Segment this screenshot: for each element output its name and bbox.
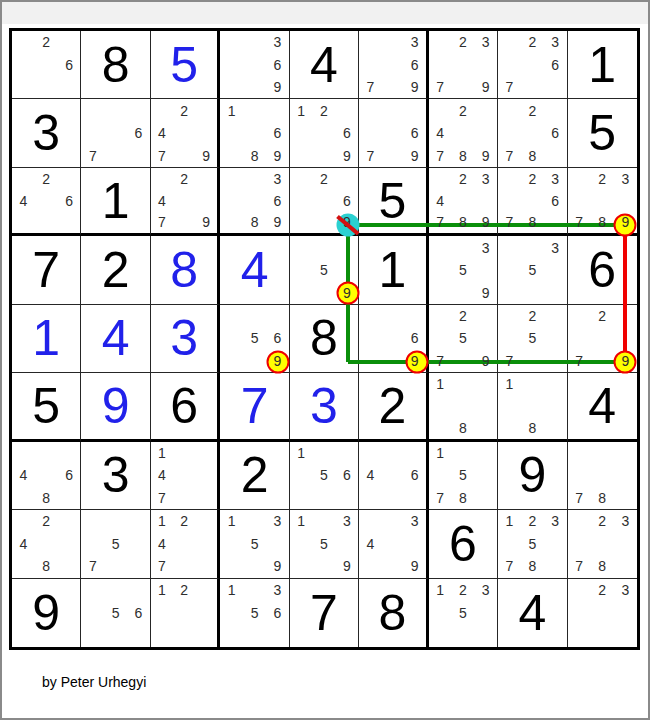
candidate-6: 6 [266,327,289,349]
candidates: 679 [359,99,425,166]
candidates: 1356 [220,579,288,647]
candidate-3 [195,579,217,602]
candidate-7 [220,76,243,98]
candidates: 24789 [429,99,497,166]
cell-r8c3[interactable]: 1247 [151,510,220,578]
candidate-9 [195,555,217,577]
cell-r7c1[interactable]: 468 [12,442,81,510]
candidate-1 [151,99,173,121]
candidate-2 [521,236,544,258]
cell-r2c2[interactable]: 67 [81,99,150,167]
cell-r2c6[interactable]: 679 [359,99,428,167]
candidate-6: 6 [544,53,567,75]
cell-r8c1[interactable]: 248 [12,510,81,578]
candidate-6: 6 [404,464,426,486]
candidate-9 [127,555,150,577]
candidate-5: 5 [104,601,127,624]
candidate-2 [521,373,544,395]
cell-r7c5[interactable]: 156 [290,442,359,510]
candidate-5 [381,53,403,75]
cell-r5c7[interactable]: 2579 [429,305,498,373]
candidate-4 [568,464,591,486]
cell-r9c1[interactable]: 9 [12,579,81,647]
candidate-7 [220,624,243,647]
candidates: 46 [359,442,425,509]
cell-r3c3[interactable]: 2479 [151,168,220,236]
candidate-9 [544,555,567,577]
candidates: 2678 [498,99,566,166]
candidate-4 [220,533,243,555]
cell-r7c6[interactable]: 46 [359,442,428,510]
candidate-9: 9 [404,350,426,372]
cell-r1c1[interactable]: 26 [12,31,81,99]
candidate-4 [498,122,521,144]
cell-r7c8[interactable]: 9 [498,442,567,510]
candidates: 1578 [429,442,497,509]
candidate-7: 7 [429,144,452,166]
candidate-5 [521,53,544,75]
candidate-1 [429,31,452,53]
candidate-8: 8 [451,144,474,166]
candidate-6: 6 [127,122,150,144]
candidates: 2379 [429,31,497,98]
candidate-1 [568,305,591,327]
candidate-8: 8 [591,487,614,509]
candidate-8: 8 [35,555,58,577]
cell-r8c7[interactable]: 6 [429,510,498,578]
given-digit: 3 [102,450,130,500]
candidate-1 [498,236,521,258]
cell-r2c3[interactable]: 2479 [151,99,220,167]
cell-r7c2[interactable]: 3 [81,442,150,510]
candidate-8: 8 [243,212,266,234]
solved-digit: 4 [241,245,269,295]
candidate-6 [195,601,217,624]
candidate-8 [104,624,127,647]
candidate-1: 1 [220,99,243,121]
candidate-8 [521,281,544,303]
candidate-9 [614,487,637,509]
cell-r1c9[interactable]: 1 [568,31,637,99]
cell-r3c8[interactable]: 23678 [498,168,567,236]
cell-r1c8[interactable]: 2367 [498,31,567,99]
candidate-5 [451,122,474,144]
candidate-6 [195,122,217,144]
cell-r8c6[interactable]: 349 [359,510,428,578]
candidate-5 [35,533,58,555]
candidate-3 [404,442,426,464]
candidate-3: 3 [404,31,426,53]
candidate-8: 8 [243,144,266,166]
cell-r6c8[interactable]: 18 [498,373,567,441]
solved-digit: 8 [170,245,198,295]
candidate-9 [404,487,426,509]
candidate-9 [58,76,81,98]
candidate-8 [381,76,403,98]
candidate-8 [451,350,474,372]
cell-r8c2[interactable]: 57 [81,510,150,578]
candidate-1 [429,236,452,258]
candidate-2: 2 [591,305,614,327]
candidate-1 [498,31,521,53]
given-digit: 2 [241,450,269,500]
candidate-4: 4 [12,533,35,555]
candidate-3 [127,510,150,532]
cell-r5c9[interactable]: 279 [568,305,637,373]
cell-r2c1[interactable]: 3 [12,99,81,167]
candidate-7 [12,555,35,577]
candidate-7: 7 [359,144,381,166]
cell-r9c9[interactable]: 23 [568,579,637,647]
candidate-3: 3 [474,579,497,602]
sudoku-board: 2685369436792379236713672479168912696792… [9,28,640,650]
candidate-4 [220,190,243,212]
candidate-4: 4 [429,122,452,144]
candidate-2: 2 [591,579,614,602]
cell-r4c2[interactable]: 2 [81,236,150,304]
candidate-5 [173,190,195,212]
candidate-2: 2 [451,31,474,53]
candidate-6 [474,53,497,75]
cell-r8c5[interactable]: 1359 [290,510,359,578]
candidate-6 [474,601,497,624]
cell-r3c2[interactable]: 1 [81,168,150,236]
candidate-7: 7 [151,555,173,577]
candidate-9: 9 [195,144,217,166]
candidate-3 [404,99,426,121]
candidate-7: 7 [568,487,591,509]
candidate-3: 3 [544,236,567,258]
cell-r5c3[interactable]: 3 [151,305,220,373]
candidate-9: 9 [335,144,358,166]
candidate-4: 4 [359,464,381,486]
candidate-3 [58,510,81,532]
candidate-9 [544,281,567,303]
cell-r1c2[interactable]: 8 [81,31,150,99]
candidate-7: 7 [568,212,591,234]
candidates: 26 [12,31,80,98]
candidate-9: 9 [474,76,497,98]
cell-r5c2[interactable]: 4 [81,305,150,373]
candidate-5 [591,190,614,212]
candidate-8 [313,144,336,166]
candidate-2 [104,510,127,532]
candidate-4 [220,122,243,144]
candidates: 23678 [498,168,566,233]
given-digit: 6 [449,519,477,569]
candidate-9 [58,212,81,234]
candidate-7: 7 [498,350,521,372]
candidate-5 [521,122,544,144]
cell-r3c7[interactable]: 234789 [429,168,498,236]
candidate-5 [451,53,474,75]
candidate-8 [173,212,195,234]
candidate-4 [220,53,243,75]
cell-r7c7[interactable]: 1578 [429,442,498,510]
candidate-5 [591,327,614,349]
candidates: 18 [498,373,566,438]
cell-r1c3[interactable]: 5 [151,31,220,99]
cell-r9c5[interactable]: 7 [290,579,359,647]
candidate-7 [12,76,35,98]
candidate-2: 2 [173,579,195,602]
candidates: 1359 [290,510,358,577]
candidate-4 [429,327,452,349]
solved-digit: 7 [241,381,269,431]
cell-r3c1[interactable]: 246 [12,168,81,236]
cell-r1c6[interactable]: 3679 [359,31,428,99]
candidates: 2479 [151,99,217,166]
cell-r4c1[interactable]: 7 [12,236,81,304]
candidate-1: 1 [151,442,173,464]
candidate-1 [498,99,521,121]
cell-r3c4[interactable]: 3689 [220,168,289,236]
cell-r6c6[interactable]: 2 [359,373,428,441]
candidate-7 [498,417,521,439]
candidate-3 [474,373,497,395]
candidate-1: 1 [290,99,313,121]
candidate-9: 9 [474,212,497,234]
candidate-1 [359,31,381,53]
candidate-6 [335,259,358,281]
cell-r6c5[interactable]: 3 [290,373,359,441]
candidates: 23789 [568,168,637,233]
candidate-1: 1 [220,510,243,532]
candidate-7: 7 [498,76,521,98]
candidate-8: 8 [451,487,474,509]
candidates: 234789 [429,168,497,233]
candidate-3 [335,442,358,464]
candidate-3 [127,579,150,602]
candidate-7: 7 [429,212,452,234]
candidates: 2479 [151,168,217,233]
candidate-6 [474,327,497,349]
candidate-7 [220,144,243,166]
cell-r9c3[interactable]: 12 [151,579,220,647]
candidate-6 [614,327,637,349]
solved-digit: 1 [32,313,60,363]
candidate-2 [381,510,403,532]
cell-r5c8[interactable]: 257 [498,305,567,373]
candidate-4 [429,259,452,281]
cell-r4c3[interactable]: 8 [151,236,220,304]
candidate-1 [12,442,35,464]
cell-r2c5[interactable]: 1269 [290,99,359,167]
candidate-9 [127,144,150,166]
cell-r4c8[interactable]: 35 [498,236,567,304]
candidate-4 [290,122,313,144]
cell-r5c1[interactable]: 1 [12,305,81,373]
candidate-9: 9 [404,144,426,166]
cell-r8c4[interactable]: 1359 [220,510,289,578]
candidate-8 [313,212,336,234]
candidate-7 [220,212,243,234]
candidate-1 [81,510,104,532]
candidate-9: 9 [404,76,426,98]
candidate-3: 3 [474,31,497,53]
candidate-5 [381,533,403,555]
cell-r8c9[interactable]: 2378 [568,510,637,578]
candidate-1: 1 [290,510,313,532]
candidate-1: 1 [429,579,452,602]
candidate-8 [381,487,403,509]
candidate-4: 4 [151,190,173,212]
given-digit: 5 [32,381,60,431]
candidate-1 [81,99,104,121]
candidate-6 [266,533,289,555]
candidate-7 [498,281,521,303]
candidate-7 [290,281,313,303]
candidate-5 [173,533,195,555]
candidates: 468 [12,442,80,509]
candidate-9 [614,555,637,577]
candidate-6 [127,533,150,555]
candidate-9: 9 [474,144,497,166]
candidate-2 [243,305,266,327]
candidate-8 [591,350,614,372]
candidate-7: 7 [429,350,452,372]
candidate-1: 1 [290,442,313,464]
candidates: 3689 [220,168,288,233]
candidate-5: 5 [521,259,544,281]
candidate-1 [12,510,35,532]
candidates: 69 [359,305,425,372]
candidate-5 [173,122,195,144]
candidate-5 [313,190,336,212]
candidate-4 [429,53,452,75]
cell-r1c4[interactable]: 369 [220,31,289,99]
candidate-6 [614,533,637,555]
candidate-8 [521,76,544,98]
cell-r6c9[interactable]: 4 [568,373,637,441]
candidate-5 [313,122,336,144]
candidate-8: 8 [521,417,544,439]
cell-r2c8[interactable]: 2678 [498,99,567,167]
candidate-9 [195,624,217,647]
candidate-5 [173,464,195,486]
solved-digit: 4 [102,313,130,363]
candidate-9 [266,624,289,647]
candidates: 35 [498,236,566,303]
candidate-6: 6 [266,122,289,144]
cell-r9c2[interactable]: 56 [81,579,150,647]
candidate-2 [104,579,127,602]
cell-r4c7[interactable]: 359 [429,236,498,304]
candidate-4 [290,464,313,486]
candidate-6 [335,533,358,555]
cell-r4c4[interactable]: 4 [220,236,289,304]
cell-r7c3[interactable]: 147 [151,442,220,510]
candidate-3 [335,99,358,121]
cell-r6c2[interactable]: 9 [81,373,150,441]
candidate-7 [81,624,104,647]
cell-r8c8[interactable]: 123578 [498,510,567,578]
candidates: 1247 [151,510,217,577]
cell-r5c4[interactable]: 569 [220,305,289,373]
cell-r1c7[interactable]: 2379 [429,31,498,99]
cell-r2c7[interactable]: 24789 [429,99,498,167]
candidate-1 [429,99,452,121]
candidate-2 [313,236,336,258]
candidate-3: 3 [266,168,289,190]
candidate-5 [451,190,474,212]
candidate-7: 7 [429,76,452,98]
cell-r6c7[interactable]: 18 [429,373,498,441]
candidate-2: 2 [451,305,474,327]
cell-r6c1[interactable]: 5 [12,373,81,441]
candidate-3 [474,99,497,121]
given-digit: 1 [102,176,130,226]
cell-r3c9[interactable]: 23789 [568,168,637,236]
cell-r9c6[interactable]: 8 [359,579,428,647]
candidate-3: 3 [266,510,289,532]
candidate-8 [451,624,474,647]
candidates: 1359 [220,510,288,577]
candidate-8 [451,76,474,98]
candidate-8 [173,555,195,577]
candidates: 1235 [429,579,497,647]
cell-r2c9[interactable]: 5 [568,99,637,167]
cell-r7c4[interactable]: 2 [220,442,289,510]
cell-r9c8[interactable]: 4 [498,579,567,647]
candidates: 12 [151,579,217,647]
cell-r6c3[interactable]: 6 [151,373,220,441]
cell-r9c4[interactable]: 1356 [220,579,289,647]
candidate-7: 7 [151,212,173,234]
candidate-6 [614,464,637,486]
cell-r4c5[interactable]: 59 [290,236,359,304]
candidate-4 [429,464,452,486]
candidate-3: 3 [614,510,637,532]
candidate-4: 4 [12,464,35,486]
candidate-5: 5 [313,533,336,555]
candidate-1 [12,168,35,190]
candidate-1 [568,579,591,602]
candidate-4: 4 [151,464,173,486]
candidate-4 [81,533,104,555]
candidate-4 [81,122,104,144]
cell-r4c6[interactable]: 1 [359,236,428,304]
candidate-6 [58,533,81,555]
candidate-1 [498,168,521,190]
candidate-4: 4 [12,190,35,212]
candidate-6 [404,533,426,555]
candidate-8 [173,624,195,647]
candidate-5 [591,533,614,555]
cell-r5c6[interactable]: 69 [359,305,428,373]
candidate-2 [243,31,266,53]
top-gradient-band [2,2,648,24]
candidate-3 [58,168,81,190]
cell-r1c5[interactable]: 4 [290,31,359,99]
candidate-2: 2 [521,31,544,53]
candidate-7: 7 [429,487,452,509]
cell-r2c4[interactable]: 1689 [220,99,289,167]
candidate-3 [195,510,217,532]
candidate-3: 3 [544,168,567,190]
candidate-3 [195,442,217,464]
cell-r9c7[interactable]: 1235 [429,579,498,647]
candidate-3 [544,305,567,327]
candidate-7 [568,624,591,647]
candidate-2: 2 [521,99,544,121]
cell-r7c9[interactable]: 78 [568,442,637,510]
candidate-9 [195,487,217,509]
given-digit: 8 [102,40,130,90]
candidate-5: 5 [313,259,336,281]
cell-r6c4[interactable]: 7 [220,373,289,441]
candidate-4 [429,395,452,417]
